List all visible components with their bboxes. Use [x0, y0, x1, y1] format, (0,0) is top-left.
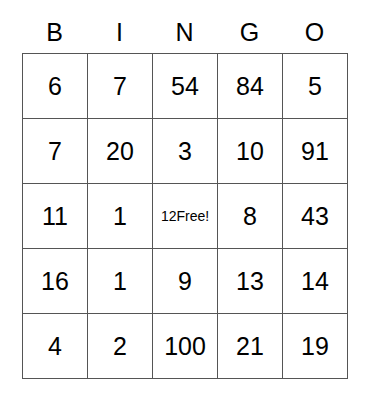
cell-r3c1[interactable]: 1 — [88, 249, 153, 314]
cell-r2c2-free-space[interactable]: 12Free! — [153, 184, 218, 249]
cell-r2c0[interactable]: 11 — [23, 184, 88, 249]
cell-r4c0[interactable]: 4 — [23, 314, 88, 379]
cell-r1c0[interactable]: 7 — [23, 119, 88, 184]
cell-r1c1[interactable]: 20 — [88, 119, 153, 184]
header-letter-n: N — [152, 12, 217, 53]
cell-r3c3[interactable]: 13 — [218, 249, 283, 314]
cell-r1c2[interactable]: 3 — [153, 119, 218, 184]
cell-r0c0[interactable]: 6 — [23, 54, 88, 119]
header-letter-i: I — [87, 12, 152, 53]
cell-r3c0[interactable]: 16 — [23, 249, 88, 314]
bingo-header: B I N G O — [22, 12, 349, 53]
cell-r3c4[interactable]: 14 — [283, 249, 348, 314]
cell-r0c2[interactable]: 54 — [153, 54, 218, 119]
header-letter-o: O — [282, 12, 347, 53]
cell-r4c1[interactable]: 2 — [88, 314, 153, 379]
header-letter-b: B — [22, 12, 87, 53]
cell-r1c3[interactable]: 10 — [218, 119, 283, 184]
cell-r2c1[interactable]: 1 — [88, 184, 153, 249]
cell-r0c4[interactable]: 5 — [283, 54, 348, 119]
cell-r4c3[interactable]: 21 — [218, 314, 283, 379]
cell-r0c3[interactable]: 84 — [218, 54, 283, 119]
cell-r2c4[interactable]: 43 — [283, 184, 348, 249]
cell-r3c2[interactable]: 9 — [153, 249, 218, 314]
cell-r4c2[interactable]: 100 — [153, 314, 218, 379]
cell-r0c1[interactable]: 7 — [88, 54, 153, 119]
cell-r2c3[interactable]: 8 — [218, 184, 283, 249]
bingo-grid: 6 7 54 84 5 7 20 3 10 91 11 1 12Free! 8 … — [22, 53, 348, 379]
cell-r4c4[interactable]: 19 — [283, 314, 348, 379]
header-letter-g: G — [217, 12, 282, 53]
cell-r1c4[interactable]: 91 — [283, 119, 348, 184]
bingo-card: B I N G O 6 7 54 84 5 7 20 3 10 91 11 1 … — [22, 12, 349, 379]
